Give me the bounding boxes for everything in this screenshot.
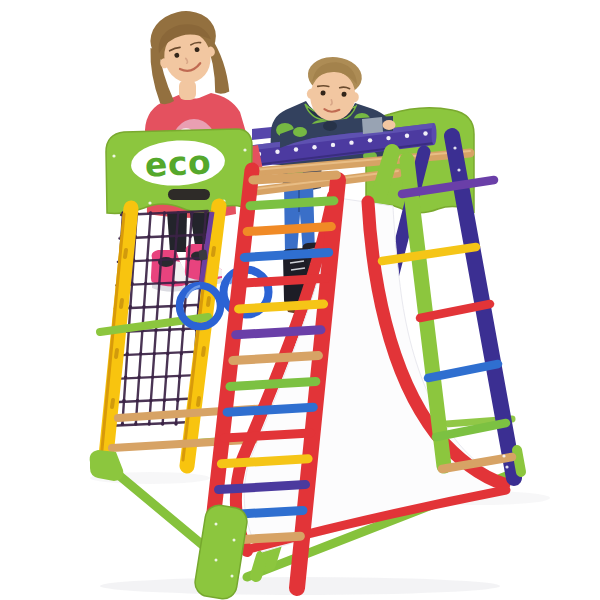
product-photo: eco	[0, 0, 600, 600]
eco-headboard: eco	[106, 129, 252, 213]
leg-foot-plate	[517, 450, 521, 472]
play-gym-illustration: eco	[0, 0, 600, 600]
eco-logo-text: eco	[144, 142, 212, 184]
leg-foot-plate	[256, 556, 262, 576]
strap-buckle	[198, 250, 207, 261]
handle-slot	[168, 189, 210, 200]
girl-neck	[179, 80, 196, 100]
boy-cuff	[362, 117, 383, 134]
left-foot-plate	[90, 450, 124, 481]
boy-hand	[383, 120, 396, 130]
net-post-left	[105, 208, 131, 466]
